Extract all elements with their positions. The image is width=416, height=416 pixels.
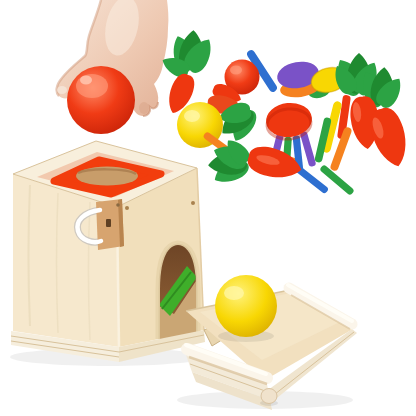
held-red-ball <box>67 66 135 134</box>
object-permanence-box <box>11 141 205 362</box>
arch-opening <box>158 245 198 340</box>
product-photo <box>0 0 416 416</box>
screw <box>191 201 195 205</box>
screw <box>125 206 129 210</box>
carrot-leaves <box>159 29 218 80</box>
tray-knob <box>261 389 277 404</box>
